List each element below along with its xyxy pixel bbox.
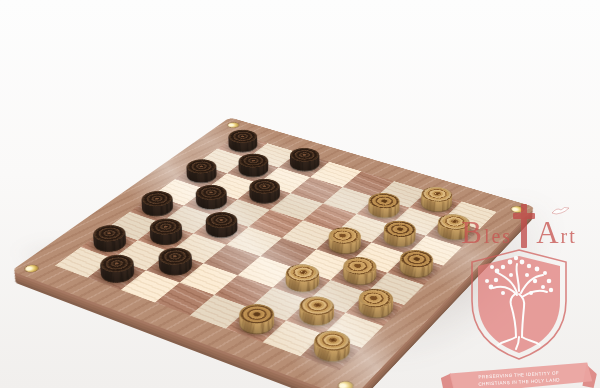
product-photo: { "game": "checkers", "scene": { "descri… [0, 0, 600, 388]
checkers-board [11, 117, 536, 388]
scene-3d [0, 0, 600, 388]
